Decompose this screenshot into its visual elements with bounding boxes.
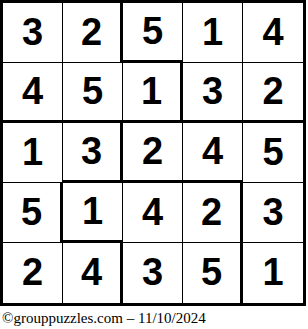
sudoku-cell-r1c5: 4	[243, 3, 303, 63]
sudoku-cell-r4c3: 4	[123, 183, 183, 243]
sudoku-cell-r5c5: 1	[243, 243, 303, 303]
sudoku-board: 3251445132132455142324351	[0, 0, 306, 306]
sudoku-cell-r5c3: 3	[123, 243, 183, 303]
sudoku-cell-r3c5: 5	[243, 123, 303, 183]
sudoku-cell-r2c4: 3	[183, 63, 243, 123]
sudoku-cell-r2c2: 5	[63, 63, 123, 123]
sudoku-cell-r5c4: 5	[183, 243, 243, 303]
sudoku-cell-r1c4: 1	[183, 3, 243, 63]
sudoku-cell-r3c1: 1	[3, 123, 63, 183]
sudoku-cell-r1c1: 3	[3, 3, 63, 63]
puzzle-page: { "game": "Sudoku 5x5 (jigsaw/irregular …	[0, 0, 308, 329]
sudoku-cell-r1c2: 2	[63, 3, 123, 63]
copyright-credit: ©grouppuzzles.com – 11/10/2024	[2, 310, 308, 327]
sudoku-cell-r2c1: 4	[3, 63, 63, 123]
sudoku-cell-r5c2: 4	[63, 243, 123, 303]
sudoku-cell-r2c5: 2	[243, 63, 303, 123]
sudoku-cell-r4c1: 5	[3, 183, 63, 243]
sudoku-cell-r3c2: 3	[63, 123, 123, 183]
sudoku-cell-r4c5: 3	[243, 183, 303, 243]
sudoku-cell-r1c3: 5	[123, 3, 183, 63]
sudoku-cell-r3c4: 4	[183, 123, 243, 183]
sudoku-cell-r3c3: 2	[123, 123, 183, 183]
sudoku-cell-r4c2: 1	[63, 183, 123, 243]
sudoku-cell-r4c4: 2	[183, 183, 243, 243]
sudoku-cell-r5c1: 2	[3, 243, 63, 303]
sudoku-cell-r2c3: 1	[123, 63, 183, 123]
